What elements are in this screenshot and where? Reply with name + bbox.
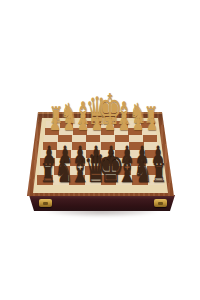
board-square[interactable] (85, 166, 100, 175)
board-square[interactable] (41, 150, 56, 158)
board-square[interactable] (57, 142, 71, 150)
board-square[interactable] (115, 135, 129, 142)
board-square[interactable] (56, 150, 71, 158)
board-square[interactable] (148, 175, 164, 185)
board-square[interactable] (72, 142, 86, 150)
box-front-panel (29, 195, 175, 211)
board-square[interactable] (116, 166, 131, 175)
board-square[interactable] (101, 175, 117, 185)
board-square[interactable] (72, 135, 86, 142)
board-row (39, 166, 163, 175)
board-square[interactable] (85, 158, 100, 167)
board-row (41, 150, 159, 158)
board-square[interactable] (101, 142, 115, 150)
board-square[interactable] (70, 158, 85, 167)
board-square[interactable] (115, 150, 130, 158)
board-square[interactable] (55, 158, 70, 167)
board-square[interactable] (116, 158, 131, 167)
board-square[interactable] (100, 158, 115, 167)
board-frame (27, 112, 174, 196)
chess-board (33, 118, 168, 193)
board-square[interactable] (145, 150, 160, 158)
board-square[interactable] (40, 158, 55, 167)
board-square[interactable] (114, 128, 128, 135)
board-square[interactable] (44, 135, 58, 142)
board-square[interactable] (129, 135, 143, 142)
brass-latch-left (39, 199, 52, 207)
board-square[interactable] (147, 166, 162, 175)
board-row (45, 128, 156, 135)
board-square[interactable] (129, 142, 143, 150)
board-row (43, 142, 159, 150)
board-square[interactable] (73, 128, 87, 135)
board-square[interactable] (130, 150, 145, 158)
brass-latch-right (154, 199, 167, 207)
board-square[interactable] (144, 142, 158, 150)
board-square[interactable] (101, 128, 115, 135)
board-square[interactable] (131, 158, 146, 167)
board-square[interactable] (69, 175, 85, 185)
board-square[interactable] (146, 158, 161, 167)
board-square[interactable] (128, 128, 142, 135)
board-square[interactable] (58, 135, 72, 142)
board-square[interactable] (100, 150, 115, 158)
board-square[interactable] (37, 175, 53, 185)
board-square[interactable] (143, 135, 157, 142)
board-square[interactable] (101, 166, 116, 175)
board-square[interactable] (45, 128, 59, 135)
board-border (33, 118, 168, 193)
board-square[interactable] (86, 135, 100, 142)
board-square[interactable] (59, 128, 73, 135)
board-square[interactable] (86, 150, 101, 158)
board-square[interactable] (132, 175, 148, 185)
board-row (40, 158, 161, 167)
board-square[interactable] (53, 175, 69, 185)
board-square[interactable] (85, 175, 101, 185)
board-square[interactable] (115, 142, 129, 150)
board-square[interactable] (142, 128, 156, 135)
board-square[interactable] (70, 166, 85, 175)
board-square[interactable] (71, 150, 86, 158)
board-square[interactable] (86, 142, 100, 150)
board-square[interactable] (131, 166, 146, 175)
board-square[interactable] (54, 166, 69, 175)
board-row (37, 175, 164, 185)
board-square[interactable] (43, 142, 57, 150)
board-square[interactable] (116, 175, 132, 185)
board-square[interactable] (100, 135, 114, 142)
product-photo: ♜♞♝♛♚♝♞♜♟♟♟♟♟♟♟♟♟♟♟♟♟♟♟♟♜♞♝♛♚♝♞♜ (0, 0, 200, 300)
board-square[interactable] (39, 166, 54, 175)
board-square[interactable] (87, 128, 101, 135)
board-row (44, 135, 157, 142)
